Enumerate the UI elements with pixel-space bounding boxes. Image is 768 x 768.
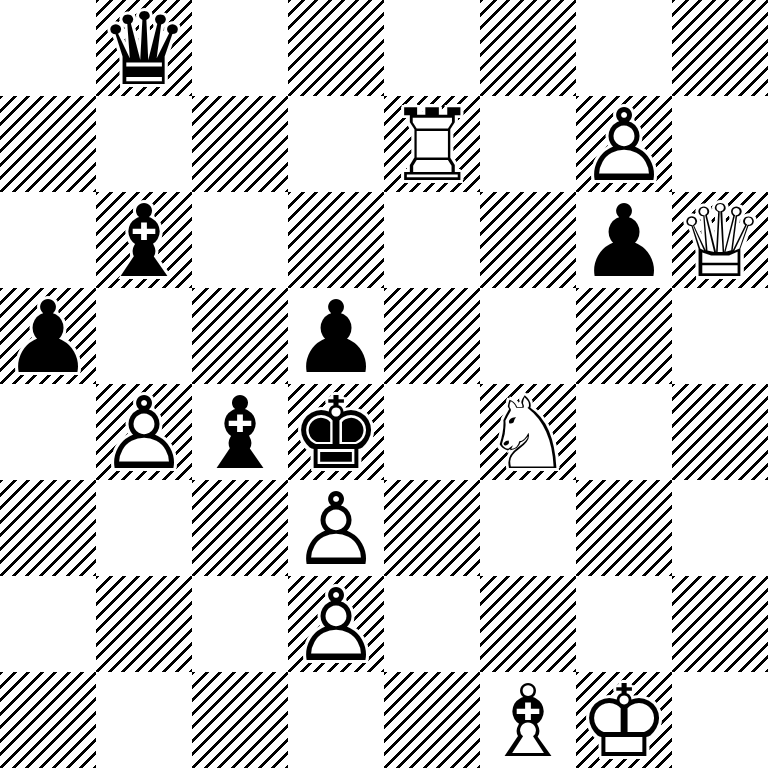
square-e7[interactable]: ♜♖ bbox=[384, 96, 480, 192]
black-king-icon: ♚♚ bbox=[288, 384, 384, 480]
square-h2[interactable] bbox=[672, 576, 768, 672]
square-e8[interactable] bbox=[384, 0, 480, 96]
square-a5[interactable]: ♟♟ bbox=[0, 288, 96, 384]
square-f3[interactable] bbox=[480, 480, 576, 576]
white-pawn-glyph: ♙ bbox=[288, 576, 384, 672]
square-g1[interactable]: ♚♔ bbox=[576, 672, 672, 768]
white-king-icon: ♚♔ bbox=[576, 672, 672, 768]
square-b6[interactable]: ♝♝ bbox=[96, 192, 192, 288]
square-a2[interactable] bbox=[0, 576, 96, 672]
square-d8[interactable] bbox=[288, 0, 384, 96]
square-b1[interactable] bbox=[96, 672, 192, 768]
square-g3[interactable] bbox=[576, 480, 672, 576]
square-c1[interactable] bbox=[192, 672, 288, 768]
square-a3[interactable] bbox=[0, 480, 96, 576]
black-bishop-icon: ♝♝ bbox=[96, 192, 192, 288]
chess-board: ♛♛♜♖♟♙♝♝♟♟♛♕♟♟♟♟♟♙♝♝♚♚♞♘♟♙♟♙♝♗♚♔ bbox=[0, 0, 768, 768]
square-b8[interactable]: ♛♛ bbox=[96, 0, 192, 96]
square-d1[interactable] bbox=[288, 672, 384, 768]
white-knight-icon: ♞♘ bbox=[480, 384, 576, 480]
square-a8[interactable] bbox=[0, 0, 96, 96]
square-f1[interactable]: ♝♗ bbox=[480, 672, 576, 768]
black-bishop-glyph: ♝ bbox=[192, 384, 288, 480]
square-b3[interactable] bbox=[96, 480, 192, 576]
square-h1[interactable] bbox=[672, 672, 768, 768]
square-f4[interactable]: ♞♘ bbox=[480, 384, 576, 480]
square-c3[interactable] bbox=[192, 480, 288, 576]
square-c7[interactable] bbox=[192, 96, 288, 192]
square-g8[interactable] bbox=[576, 0, 672, 96]
black-pawn-icon: ♟♟ bbox=[0, 288, 96, 384]
square-h5[interactable] bbox=[672, 288, 768, 384]
square-g6[interactable]: ♟♟ bbox=[576, 192, 672, 288]
black-queen-icon: ♛♛ bbox=[96, 0, 192, 96]
square-d2[interactable]: ♟♙ bbox=[288, 576, 384, 672]
white-pawn-glyph: ♙ bbox=[288, 480, 384, 576]
black-pawn-glyph: ♟ bbox=[288, 288, 384, 384]
white-rook-glyph: ♖ bbox=[384, 96, 480, 192]
square-h7[interactable] bbox=[672, 96, 768, 192]
black-bishop-glyph: ♝ bbox=[96, 192, 192, 288]
square-d3[interactable]: ♟♙ bbox=[288, 480, 384, 576]
square-d5[interactable]: ♟♟ bbox=[288, 288, 384, 384]
white-queen-icon: ♛♕ bbox=[672, 192, 768, 288]
square-b7[interactable] bbox=[96, 96, 192, 192]
black-pawn-icon: ♟♟ bbox=[288, 288, 384, 384]
square-f2[interactable] bbox=[480, 576, 576, 672]
square-e3[interactable] bbox=[384, 480, 480, 576]
white-pawn-icon: ♟♙ bbox=[288, 480, 384, 576]
square-h8[interactable] bbox=[672, 0, 768, 96]
square-g4[interactable] bbox=[576, 384, 672, 480]
black-pawn-glyph: ♟ bbox=[576, 192, 672, 288]
square-c6[interactable] bbox=[192, 192, 288, 288]
white-pawn-icon: ♟♙ bbox=[96, 384, 192, 480]
white-pawn-glyph: ♙ bbox=[96, 384, 192, 480]
square-h6[interactable]: ♛♕ bbox=[672, 192, 768, 288]
white-pawn-glyph: ♙ bbox=[576, 96, 672, 192]
white-bishop-glyph: ♗ bbox=[480, 672, 576, 768]
white-knight-glyph: ♘ bbox=[480, 384, 576, 480]
white-rook-icon: ♜♖ bbox=[384, 96, 480, 192]
black-king-glyph: ♚ bbox=[288, 384, 384, 480]
black-queen-glyph: ♛ bbox=[96, 0, 192, 96]
square-f8[interactable] bbox=[480, 0, 576, 96]
square-c4[interactable]: ♝♝ bbox=[192, 384, 288, 480]
square-e4[interactable] bbox=[384, 384, 480, 480]
square-d7[interactable] bbox=[288, 96, 384, 192]
square-c5[interactable] bbox=[192, 288, 288, 384]
black-pawn-glyph: ♟ bbox=[0, 288, 96, 384]
square-h3[interactable] bbox=[672, 480, 768, 576]
square-b5[interactable] bbox=[96, 288, 192, 384]
square-b2[interactable] bbox=[96, 576, 192, 672]
square-e5[interactable] bbox=[384, 288, 480, 384]
white-bishop-icon: ♝♗ bbox=[480, 672, 576, 768]
black-bishop-icon: ♝♝ bbox=[192, 384, 288, 480]
square-f6[interactable] bbox=[480, 192, 576, 288]
square-a4[interactable] bbox=[0, 384, 96, 480]
square-b4[interactable]: ♟♙ bbox=[96, 384, 192, 480]
square-g5[interactable] bbox=[576, 288, 672, 384]
square-f7[interactable] bbox=[480, 96, 576, 192]
white-pawn-icon: ♟♙ bbox=[576, 96, 672, 192]
square-e6[interactable] bbox=[384, 192, 480, 288]
white-queen-glyph: ♕ bbox=[672, 192, 768, 288]
square-a7[interactable] bbox=[0, 96, 96, 192]
square-a6[interactable] bbox=[0, 192, 96, 288]
square-h4[interactable] bbox=[672, 384, 768, 480]
square-g7[interactable]: ♟♙ bbox=[576, 96, 672, 192]
square-d6[interactable] bbox=[288, 192, 384, 288]
black-pawn-icon: ♟♟ bbox=[576, 192, 672, 288]
square-d4[interactable]: ♚♚ bbox=[288, 384, 384, 480]
square-c2[interactable] bbox=[192, 576, 288, 672]
square-e2[interactable] bbox=[384, 576, 480, 672]
square-f5[interactable] bbox=[480, 288, 576, 384]
square-e1[interactable] bbox=[384, 672, 480, 768]
square-g2[interactable] bbox=[576, 576, 672, 672]
white-pawn-icon: ♟♙ bbox=[288, 576, 384, 672]
square-a1[interactable] bbox=[0, 672, 96, 768]
square-c8[interactable] bbox=[192, 0, 288, 96]
white-king-glyph: ♔ bbox=[576, 672, 672, 768]
